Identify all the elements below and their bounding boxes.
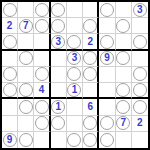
cell-r8c4[interactable] bbox=[51, 116, 67, 132]
cell-r1c6[interactable] bbox=[83, 2, 99, 18]
sudoku-board: 32732394116729 bbox=[0, 0, 150, 150]
odd-marker-circle: 9 bbox=[3, 133, 17, 147]
cell-r7c1[interactable] bbox=[2, 99, 18, 115]
cell-r1c9[interactable]: 3 bbox=[132, 2, 148, 18]
given-digit: 3 bbox=[72, 53, 78, 63]
cell-r4c3[interactable] bbox=[34, 51, 50, 67]
cell-r5c1[interactable] bbox=[2, 67, 18, 83]
odd-marker-circle bbox=[19, 100, 33, 114]
cell-r9c4[interactable] bbox=[51, 132, 67, 148]
cell-r8c9[interactable]: 2 bbox=[132, 116, 148, 132]
cell-r4c5[interactable]: 3 bbox=[67, 51, 83, 67]
cell-r7c6[interactable]: 6 bbox=[83, 99, 99, 115]
cell-r4c2[interactable] bbox=[18, 51, 34, 67]
given-digit: 9 bbox=[7, 135, 13, 145]
cell-r6c7[interactable] bbox=[99, 83, 115, 99]
cell-r1c1[interactable] bbox=[2, 2, 18, 18]
given-digit: 2 bbox=[87, 37, 93, 47]
odd-marker-circle bbox=[116, 51, 130, 65]
odd-marker-circle bbox=[83, 116, 97, 130]
odd-marker-circle bbox=[133, 67, 147, 81]
cell-r9c9[interactable] bbox=[132, 132, 148, 148]
odd-marker-circle bbox=[100, 133, 114, 147]
cell-r9c6[interactable] bbox=[83, 132, 99, 148]
odd-marker-circle bbox=[19, 83, 33, 97]
cell-r5c2[interactable] bbox=[18, 67, 34, 83]
odd-marker-circle bbox=[35, 3, 49, 17]
cell-r2c7[interactable] bbox=[99, 18, 115, 34]
cell-r5c8[interactable] bbox=[116, 67, 132, 83]
cell-r8c1[interactable] bbox=[2, 116, 18, 132]
odd-marker-circle bbox=[35, 19, 49, 33]
cell-r6c1[interactable] bbox=[2, 83, 18, 99]
odd-marker-circle: 3 bbox=[67, 51, 81, 65]
cell-r6c5[interactable]: 1 bbox=[67, 83, 83, 99]
given-digit: 4 bbox=[39, 85, 45, 95]
cell-r6c8[interactable] bbox=[116, 83, 132, 99]
cell-r2c2[interactable]: 7 bbox=[18, 18, 34, 34]
cell-r2c1[interactable]: 2 bbox=[2, 18, 18, 34]
cell-r3c7[interactable] bbox=[99, 34, 115, 50]
cell-r8c2[interactable] bbox=[18, 116, 34, 132]
cell-r1c3[interactable] bbox=[34, 2, 50, 18]
given-digit: 6 bbox=[87, 102, 93, 112]
given-digit: 2 bbox=[7, 21, 13, 31]
cell-r9c1[interactable]: 9 bbox=[2, 132, 18, 148]
cell-r7c3[interactable] bbox=[34, 99, 50, 115]
cell-r7c9[interactable] bbox=[132, 99, 148, 115]
given-digit: 9 bbox=[104, 53, 110, 63]
odd-marker-circle bbox=[100, 3, 114, 17]
cell-r3c2[interactable] bbox=[18, 34, 34, 50]
cell-r9c5[interactable] bbox=[67, 132, 83, 148]
cell-r3c4[interactable]: 3 bbox=[51, 34, 67, 50]
odd-marker-circle: 3 bbox=[133, 3, 147, 17]
cell-r3c9[interactable] bbox=[132, 34, 148, 50]
odd-marker-circle bbox=[83, 67, 97, 81]
odd-marker-circle bbox=[3, 35, 17, 49]
cell-r6c4[interactable] bbox=[51, 83, 67, 99]
cell-r4c1[interactable] bbox=[2, 51, 18, 67]
odd-marker-circle bbox=[133, 83, 147, 97]
given-digit: 1 bbox=[55, 102, 61, 112]
cell-r6c3[interactable]: 4 bbox=[34, 83, 50, 99]
cell-r8c7[interactable] bbox=[99, 116, 115, 132]
cell-r1c5[interactable] bbox=[67, 2, 83, 18]
given-digit: 3 bbox=[55, 37, 61, 47]
cell-r3c1[interactable] bbox=[2, 34, 18, 50]
odd-marker-circle bbox=[51, 116, 65, 130]
odd-marker-circle bbox=[83, 133, 97, 147]
given-digit: 1 bbox=[72, 85, 78, 95]
odd-marker-circle: 1 bbox=[67, 83, 81, 97]
odd-marker-circle bbox=[3, 67, 17, 81]
odd-marker-circle bbox=[3, 3, 17, 17]
cell-r9c8[interactable] bbox=[116, 132, 132, 148]
cell-r9c2[interactable] bbox=[18, 132, 34, 148]
odd-marker-circle: 3 bbox=[51, 35, 65, 49]
cell-r2c5[interactable] bbox=[67, 18, 83, 34]
cell-r3c3[interactable] bbox=[34, 34, 50, 50]
given-digit: 3 bbox=[137, 5, 143, 15]
cell-r5c9[interactable] bbox=[132, 67, 148, 83]
cell-r5c4[interactable] bbox=[51, 67, 67, 83]
odd-marker-circle: 9 bbox=[100, 51, 114, 65]
cell-r4c4[interactable] bbox=[51, 51, 67, 67]
cell-r3c6[interactable]: 2 bbox=[83, 34, 99, 50]
odd-marker-circle bbox=[51, 3, 65, 17]
cell-r4c9[interactable] bbox=[132, 51, 148, 67]
odd-marker-circle bbox=[19, 51, 33, 65]
cell-r8c6[interactable] bbox=[83, 116, 99, 132]
cell-r5c5[interactable] bbox=[67, 67, 83, 83]
odd-marker-circle bbox=[67, 133, 81, 147]
odd-marker-circle bbox=[35, 67, 49, 81]
given-digit: 2 bbox=[137, 118, 143, 128]
cell-r6c6[interactable] bbox=[83, 83, 99, 99]
cell-r9c3[interactable] bbox=[34, 132, 50, 148]
odd-marker-circle bbox=[67, 35, 81, 49]
cell-r7c8[interactable] bbox=[116, 99, 132, 115]
cell-r5c6[interactable] bbox=[83, 67, 99, 83]
cell-r4c7[interactable]: 9 bbox=[99, 51, 115, 67]
cell-r9c7[interactable] bbox=[99, 132, 115, 148]
odd-marker-circle: 1 bbox=[51, 100, 65, 114]
cell-r2c6[interactable] bbox=[83, 18, 99, 34]
odd-marker-circle bbox=[116, 83, 130, 97]
odd-marker-circle: 7 bbox=[116, 116, 130, 130]
cell-r6c9[interactable] bbox=[132, 83, 148, 99]
odd-marker-circle bbox=[35, 116, 49, 130]
cell-r2c9[interactable] bbox=[132, 18, 148, 34]
odd-marker-circle bbox=[133, 35, 147, 49]
odd-marker-circle: 7 bbox=[19, 19, 33, 33]
cell-r2c4[interactable] bbox=[51, 18, 67, 34]
cell-r8c5[interactable] bbox=[67, 116, 83, 132]
odd-marker-circle bbox=[3, 83, 17, 97]
cell-r8c3[interactable] bbox=[34, 116, 50, 132]
odd-marker-circle bbox=[83, 19, 97, 33]
cell-r7c7[interactable] bbox=[99, 99, 115, 115]
cell-r3c5[interactable] bbox=[67, 34, 83, 50]
odd-marker-circle bbox=[116, 100, 130, 114]
cell-r7c2[interactable] bbox=[18, 99, 34, 115]
cell-r1c8[interactable] bbox=[116, 2, 132, 18]
cell-r4c6[interactable] bbox=[83, 51, 99, 67]
odd-marker-circle bbox=[83, 51, 97, 65]
odd-marker-circle bbox=[35, 100, 49, 114]
odd-marker-circle bbox=[19, 133, 33, 147]
cell-r2c8[interactable] bbox=[116, 18, 132, 34]
odd-marker-circle bbox=[100, 116, 114, 130]
cell-r1c7[interactable] bbox=[99, 2, 115, 18]
given-digit: 7 bbox=[120, 118, 126, 128]
cell-r5c3[interactable] bbox=[34, 67, 50, 83]
cell-r6c2[interactable] bbox=[18, 83, 34, 99]
cell-r2c3[interactable] bbox=[34, 18, 50, 34]
cell-r8c8[interactable]: 7 bbox=[116, 116, 132, 132]
cell-r1c2[interactable] bbox=[18, 2, 34, 18]
cell-r7c4[interactable]: 1 bbox=[51, 99, 67, 115]
odd-marker-circle bbox=[133, 100, 147, 114]
odd-marker-circle bbox=[116, 19, 130, 33]
given-digit: 7 bbox=[23, 21, 29, 31]
cell-r4c8[interactable] bbox=[116, 51, 132, 67]
cell-r1c4[interactable] bbox=[51, 2, 67, 18]
cell-r7c5[interactable] bbox=[67, 99, 83, 115]
cell-r5c7[interactable] bbox=[99, 67, 115, 83]
cell-r3c8[interactable] bbox=[116, 34, 132, 50]
odd-marker-circle bbox=[51, 19, 65, 33]
odd-marker-circle bbox=[67, 67, 81, 81]
odd-marker-circle bbox=[100, 35, 114, 49]
